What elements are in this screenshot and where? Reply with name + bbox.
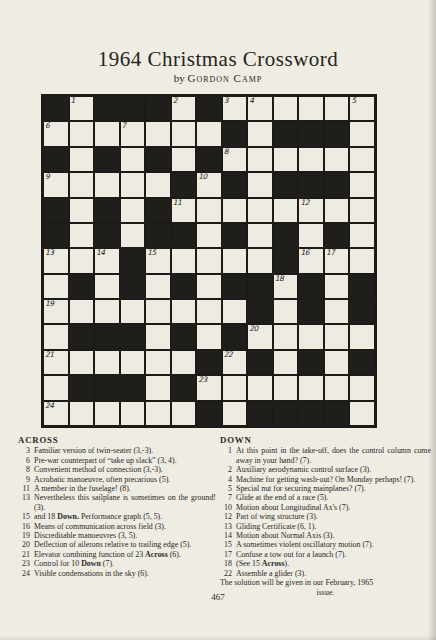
black-cell <box>273 401 299 426</box>
clue-item: 10Motion about Longitudinal Ax's (7). <box>220 503 431 512</box>
clue-item-text: Acrobatic manoeuvre, often precarious (5… <box>34 475 216 484</box>
grid-cell[interactable]: 8 <box>222 147 248 172</box>
clue-item: 24Visible condensations in the sky (6). <box>18 569 216 578</box>
clue-item: 7Glide at the end of a race (5). <box>220 493 431 502</box>
clue-item-text: A member in the fuselage! (8). <box>34 484 216 493</box>
clue-item-text: At this point in the take-off, does the … <box>236 446 431 465</box>
clue-item: 1At this point in the take-off, does the… <box>220 446 431 465</box>
grid-cell[interactable] <box>349 198 375 223</box>
grid-cell[interactable] <box>298 147 324 172</box>
grid-cell[interactable] <box>247 121 273 146</box>
grid-cell[interactable] <box>145 172 171 197</box>
clue-item-text: (See 15 Across). <box>236 559 431 568</box>
grid-cell[interactable] <box>324 147 350 172</box>
black-cell <box>298 172 324 197</box>
grid-cell[interactable] <box>222 401 248 426</box>
clue-item-number: 10 <box>220 503 236 512</box>
grid-cell[interactable] <box>196 274 222 299</box>
grid-cell[interactable] <box>349 401 375 426</box>
grid-cell[interactable]: 4 <box>247 96 273 121</box>
grid-cell[interactable] <box>298 96 324 121</box>
grid-cell[interactable] <box>120 172 146 197</box>
black-cell <box>298 401 324 426</box>
clue-item-text: Motion about Longitudinal Ax's (7). <box>236 503 431 512</box>
clue-item: 15A sometimes violent oscillatory motion… <box>220 540 431 549</box>
clue-number-label: 14 <box>96 248 105 257</box>
grid-cell[interactable]: 12 <box>298 198 324 223</box>
black-cell <box>94 96 120 121</box>
grid-cell[interactable] <box>298 324 324 349</box>
black-cell <box>273 248 299 273</box>
clue-item-text: Confuse a tow out for a launch (7). <box>236 550 431 559</box>
black-cell <box>120 274 146 299</box>
clue-item-number: 13 <box>220 522 236 531</box>
grid-cell[interactable] <box>196 324 222 349</box>
clue-item-text: Special nut for securing mainplanes? (7)… <box>236 484 431 493</box>
clue-number-label: 24 <box>45 401 54 410</box>
grid-cell[interactable]: 24 <box>43 401 69 426</box>
clue-item-text: Convenient method of connection (3,-3). <box>34 465 216 474</box>
clue-item: 17Confuse a tow out for a launch (7). <box>220 550 431 559</box>
black-cell <box>94 198 120 223</box>
clue-number-label: 9 <box>45 172 49 181</box>
black-cell <box>298 274 324 299</box>
grid-cell[interactable] <box>273 375 299 400</box>
black-cell <box>171 324 197 349</box>
grid-cell[interactable] <box>324 198 350 223</box>
black-cell <box>94 375 120 400</box>
grid-cell[interactable] <box>145 350 171 375</box>
clue-item-number: 5 <box>220 484 236 493</box>
grid-cell[interactable]: 3 <box>222 96 248 121</box>
grid-cell[interactable]: 19 <box>43 299 69 324</box>
grid-cell[interactable] <box>69 350 95 375</box>
grid-cell[interactable] <box>222 299 248 324</box>
clue-item: 6Pre-war counterpart of “take up slack” … <box>18 456 216 465</box>
clue-item: 2Auxiliary aerodynamic control surface (… <box>220 465 431 474</box>
grid-cell[interactable] <box>43 375 69 400</box>
grid-cell[interactable]: 18 <box>273 274 299 299</box>
clue-number-label: 23 <box>198 375 207 384</box>
black-cell <box>298 121 324 146</box>
grid-cell[interactable] <box>349 172 375 197</box>
grid-cell[interactable]: 21 <box>43 350 69 375</box>
grid-cell[interactable] <box>222 375 248 400</box>
down-clue-list: 1At this point in the take-off, does the… <box>220 446 431 578</box>
clue-item-number: 19 <box>18 531 34 540</box>
grid-cell[interactable] <box>222 248 248 273</box>
black-cell <box>94 223 120 248</box>
grid-cell[interactable] <box>298 223 324 248</box>
black-cell <box>120 375 146 400</box>
grid-cell[interactable] <box>120 198 146 223</box>
grid-cell[interactable]: 16 <box>298 248 324 273</box>
grid-cell[interactable] <box>273 147 299 172</box>
crossword-grid: 123456789101112131415161718192021222324 <box>41 94 377 428</box>
grid-cell[interactable] <box>145 274 171 299</box>
clue-item: 13Gliding Certificate (6, 1). <box>220 522 431 531</box>
clue-item-text: Auxiliary aerodynamic control surface (3… <box>236 465 431 474</box>
clue-item: 21Elevator combining function of 23 Acro… <box>18 550 216 559</box>
grid-cell[interactable] <box>145 121 171 146</box>
grid-cell[interactable] <box>120 350 146 375</box>
clue-item-number: 15 <box>220 540 236 549</box>
grid-cell[interactable]: 11 <box>171 198 197 223</box>
grid-cell[interactable] <box>145 324 171 349</box>
grid-cell[interactable] <box>171 350 197 375</box>
black-cell <box>273 121 299 146</box>
grid-cell[interactable] <box>349 248 375 273</box>
clue-item-text: Familiar version of twin-seater (3,-3). <box>34 446 216 455</box>
clue-item-text: Discreditable manoeuvres (3, 5). <box>34 531 216 540</box>
clue-item: 8Convenient method of connection (3,-3). <box>18 465 216 474</box>
clue-item-number: 24 <box>18 569 34 578</box>
black-cell <box>273 223 299 248</box>
black-cell <box>349 299 375 324</box>
clue-item-number: 14 <box>220 531 236 540</box>
grid-cell[interactable]: 2 <box>171 96 197 121</box>
grid-cell[interactable] <box>69 121 95 146</box>
black-cell <box>145 96 171 121</box>
black-cell <box>145 198 171 223</box>
black-cell <box>349 274 375 299</box>
grid-cell[interactable] <box>247 147 273 172</box>
grid-cell[interactable] <box>349 147 375 172</box>
black-cell <box>298 350 324 375</box>
grid-cell[interactable] <box>94 299 120 324</box>
grid-cell[interactable] <box>171 147 197 172</box>
grid-cell[interactable] <box>120 299 146 324</box>
clue-item: 13Nevertheless this sailplane is sometim… <box>18 493 216 512</box>
grid-cell[interactable] <box>69 147 95 172</box>
grid-cell[interactable] <box>69 248 95 273</box>
grid-cell[interactable]: 6 <box>43 121 69 146</box>
grid-cell[interactable] <box>196 121 222 146</box>
grid-cell[interactable]: 1 <box>69 96 95 121</box>
black-cell <box>247 299 273 324</box>
clue-item-number: 23 <box>18 559 34 568</box>
black-cell <box>222 223 248 248</box>
grid-cell[interactable] <box>171 299 197 324</box>
black-cell <box>120 248 146 273</box>
clue-item: 3Familiar version of twin-seater (3,-3). <box>18 446 216 455</box>
grid-cell[interactable] <box>145 401 171 426</box>
page-edge-shadow <box>428 0 436 640</box>
clue-item-text: Machine for getting wash-out? On Monday … <box>236 475 431 484</box>
black-cell <box>247 401 273 426</box>
black-cell <box>273 172 299 197</box>
black-cell <box>171 274 197 299</box>
grid-cell[interactable] <box>171 401 197 426</box>
across-clues-section: ACROSS 3Familiar version of twin-seater … <box>18 436 216 578</box>
grid-cell[interactable] <box>273 96 299 121</box>
clue-item-text: Pre-war counterpart of “take up slack” (… <box>34 456 216 465</box>
clue-item: 23Control for 10 Down (7). <box>18 559 216 568</box>
grid-cell[interactable] <box>247 223 273 248</box>
grid-cell[interactable] <box>69 299 95 324</box>
clue-item-text: Deflection of ailerons relative to trail… <box>34 540 216 549</box>
black-cell <box>324 401 350 426</box>
clue-item-number: 7 <box>220 493 236 502</box>
black-cell <box>196 96 222 121</box>
black-cell <box>120 324 146 349</box>
black-cell <box>349 350 375 375</box>
clue-item: 14Motion about Normal Axis (3). <box>220 531 431 540</box>
black-cell <box>324 223 350 248</box>
clue-item-number: 11 <box>18 484 34 493</box>
across-clue-list: 3Familiar version of twin-seater (3,-3).… <box>18 446 216 578</box>
down-header: DOWN <box>220 436 431 445</box>
clue-item-text: Part of wing structure (3). <box>236 512 431 521</box>
grid-cell[interactable] <box>349 324 375 349</box>
black-cell <box>196 350 222 375</box>
black-cell <box>247 274 273 299</box>
clue-item-number: 6 <box>18 456 34 465</box>
clue-number-label: 21 <box>45 350 54 359</box>
clue-item: 5Special nut for securing mainplanes? (7… <box>220 484 431 493</box>
black-cell <box>43 147 69 172</box>
grid-cell[interactable] <box>94 172 120 197</box>
black-cell <box>222 274 248 299</box>
grid-cell[interactable] <box>247 375 273 400</box>
clue-item-text: Elevator combining function of 23 Across… <box>34 550 216 559</box>
clue-item-number: 4 <box>220 475 236 484</box>
clue-item-number: 20 <box>18 540 34 549</box>
grid-cell[interactable]: 5 <box>349 96 375 121</box>
byline: by Gordon Camp <box>0 72 436 84</box>
clue-item: 20Deflection of ailerons relative to tra… <box>18 540 216 549</box>
clue-number-label: 2 <box>173 96 177 105</box>
clue-number-label: 10 <box>198 172 207 181</box>
page-number: 467 <box>0 592 436 602</box>
clue-item: 15and 18 Down. Performance graph (5, 5). <box>18 512 216 521</box>
grid-cell[interactable]: 15 <box>145 248 171 273</box>
clue-item-number: 8 <box>18 465 34 474</box>
clue-item: 4Machine for getting wash-out? On Monday… <box>220 475 431 484</box>
grid-cell[interactable]: 14 <box>94 248 120 273</box>
grid-cell[interactable] <box>43 274 69 299</box>
clue-number-label: 16 <box>300 248 309 257</box>
grid-cell[interactable] <box>324 375 350 400</box>
black-cell <box>298 299 324 324</box>
black-cell <box>145 223 171 248</box>
grid-cell[interactable] <box>196 198 222 223</box>
across-header: ACROSS <box>18 436 216 445</box>
clue-number-label: 18 <box>275 274 284 283</box>
clue-item-text: Motion about Normal Axis (3). <box>236 531 431 540</box>
grid-cell[interactable]: 22 <box>222 350 248 375</box>
grid-cell[interactable] <box>196 299 222 324</box>
grid-cell[interactable] <box>324 96 350 121</box>
clue-item-text: Visible condensations in the sky (6). <box>34 569 216 578</box>
clue-item: 22Assemble a glider (3). <box>220 569 431 578</box>
byline-author: Gordon Camp <box>187 72 262 84</box>
grid-cell[interactable] <box>324 350 350 375</box>
grid-cell[interactable] <box>196 248 222 273</box>
clue-number-label: 5 <box>351 96 355 105</box>
clue-item-text: and 18 Down. Performance graph (5, 5). <box>34 512 216 521</box>
black-cell <box>69 375 95 400</box>
grid-cell[interactable] <box>349 375 375 400</box>
clue-number-label: 17 <box>326 248 335 257</box>
clue-item-text: Means of communication across field (3). <box>34 522 216 531</box>
clue-item-number: 16 <box>18 522 34 531</box>
grid-cell[interactable] <box>349 121 375 146</box>
grid-cell[interactable] <box>69 198 95 223</box>
grid-cell[interactable] <box>324 274 350 299</box>
black-cell <box>171 223 197 248</box>
clue-item: 19Discreditable manoeuvres (3, 5). <box>18 531 216 540</box>
clue-item: 12Part of wing structure (3). <box>220 512 431 521</box>
grid-cell[interactable] <box>171 248 197 273</box>
grid-cell[interactable] <box>196 223 222 248</box>
grid-cell[interactable]: 23 <box>196 375 222 400</box>
page-title: 1964 Christmas Crossword <box>0 47 436 72</box>
grid-cell[interactable] <box>94 350 120 375</box>
clue-item: 18(See 15 Across). <box>220 559 431 568</box>
grid-cell[interactable] <box>69 223 95 248</box>
clue-number-label: 6 <box>45 121 49 130</box>
grid-cell[interactable] <box>120 401 146 426</box>
black-cell <box>171 375 197 400</box>
grid-cell[interactable] <box>349 223 375 248</box>
grid-cell[interactable] <box>43 324 69 349</box>
grid-cell[interactable] <box>120 147 146 172</box>
clue-item: 16Means of communication across field (3… <box>18 522 216 531</box>
page-bottom-shadow <box>0 635 436 640</box>
clue-number-label: 7 <box>122 121 126 130</box>
grid-cell[interactable]: 17 <box>324 248 350 273</box>
black-cell <box>69 274 95 299</box>
grid-cell[interactable] <box>247 198 273 223</box>
black-cell <box>120 96 146 121</box>
solution-note-line1: The solution will be given in our Februa… <box>220 578 431 587</box>
black-cell <box>43 223 69 248</box>
grid-cell[interactable] <box>273 299 299 324</box>
black-cell <box>171 172 197 197</box>
clue-item-number: 18 <box>220 559 236 568</box>
grid-cell[interactable]: 7 <box>120 121 146 146</box>
clue-number-label: 1 <box>71 96 75 105</box>
black-cell <box>222 324 248 349</box>
clue-item-number: 15 <box>18 512 34 521</box>
grid-cell[interactable] <box>94 401 120 426</box>
grid-cell[interactable] <box>273 198 299 223</box>
black-cell <box>324 121 350 146</box>
clue-number-label: 8 <box>224 147 228 156</box>
black-cell <box>196 147 222 172</box>
black-cell <box>247 350 273 375</box>
black-cell <box>94 147 120 172</box>
clue-item-text: Assemble a glider (3). <box>236 569 431 578</box>
clue-number-label: 22 <box>224 350 233 359</box>
black-cell <box>69 324 95 349</box>
grid-cell[interactable]: 10 <box>196 172 222 197</box>
black-cell <box>222 121 248 146</box>
grid-cell[interactable] <box>324 299 350 324</box>
black-cell <box>43 96 69 121</box>
byline-prefix: by <box>174 72 185 84</box>
clue-number-label: 20 <box>249 324 258 333</box>
clue-item-number: 1 <box>220 446 236 465</box>
grid-cell[interactable]: 20 <box>247 324 273 349</box>
grid-cell[interactable] <box>273 350 299 375</box>
clue-item-number: 13 <box>18 493 34 512</box>
black-cell <box>43 198 69 223</box>
grid-cell[interactable] <box>247 172 273 197</box>
clue-number-label: 3 <box>224 96 228 105</box>
clue-item-text: Nevertheless this sailplane is sometimes… <box>34 493 216 512</box>
clue-item-text: A sometimes violent oscillatory motion (… <box>236 540 431 549</box>
clue-item: 9Acrobatic manoeuvre, often precarious (… <box>18 475 216 484</box>
clue-item-text: Gliding Certificate (6, 1). <box>236 522 431 531</box>
clue-item-number: 21 <box>18 550 34 559</box>
grid-cell[interactable] <box>94 121 120 146</box>
clue-item-number: 9 <box>18 475 34 484</box>
black-cell <box>145 147 171 172</box>
clue-number-label: 11 <box>173 198 182 207</box>
grid-cell[interactable] <box>120 223 146 248</box>
clue-number-label: 12 <box>300 198 309 207</box>
grid-cell[interactable] <box>324 324 350 349</box>
clue-number-label: 15 <box>147 248 156 257</box>
grid-cell[interactable] <box>222 198 248 223</box>
black-cell <box>94 324 120 349</box>
down-clues-section: DOWN 1At this point in the take-off, doe… <box>220 436 431 597</box>
grid-cell[interactable] <box>69 401 95 426</box>
clue-item-number: 17 <box>220 550 236 559</box>
grid-cell[interactable] <box>298 375 324 400</box>
clue-item-text: Control for 10 Down (7). <box>34 559 216 568</box>
black-cell <box>222 172 248 197</box>
grid-cell[interactable] <box>171 121 197 146</box>
clue-item-number: 22 <box>220 569 236 578</box>
clue-item: 11A member in the fuselage! (8). <box>18 484 216 493</box>
grid-cell[interactable] <box>94 274 120 299</box>
grid-cell[interactable] <box>145 375 171 400</box>
clue-number-label: 4 <box>249 96 253 105</box>
clue-number-label: 13 <box>45 248 54 257</box>
grid-cell[interactable] <box>145 299 171 324</box>
clue-item-number: 12 <box>220 512 236 521</box>
grid-cell[interactable]: 13 <box>43 248 69 273</box>
clue-item-text: Glide at the end of a race (5). <box>236 493 431 502</box>
clue-item-number: 2 <box>220 465 236 474</box>
grid-cell[interactable] <box>69 172 95 197</box>
grid-cell[interactable] <box>273 324 299 349</box>
grid-cell[interactable]: 9 <box>43 172 69 197</box>
clue-item-number: 3 <box>18 446 34 455</box>
clue-number-label: 19 <box>45 299 54 308</box>
grid-cell[interactable] <box>247 248 273 273</box>
black-cell <box>324 172 350 197</box>
black-cell <box>196 401 222 426</box>
